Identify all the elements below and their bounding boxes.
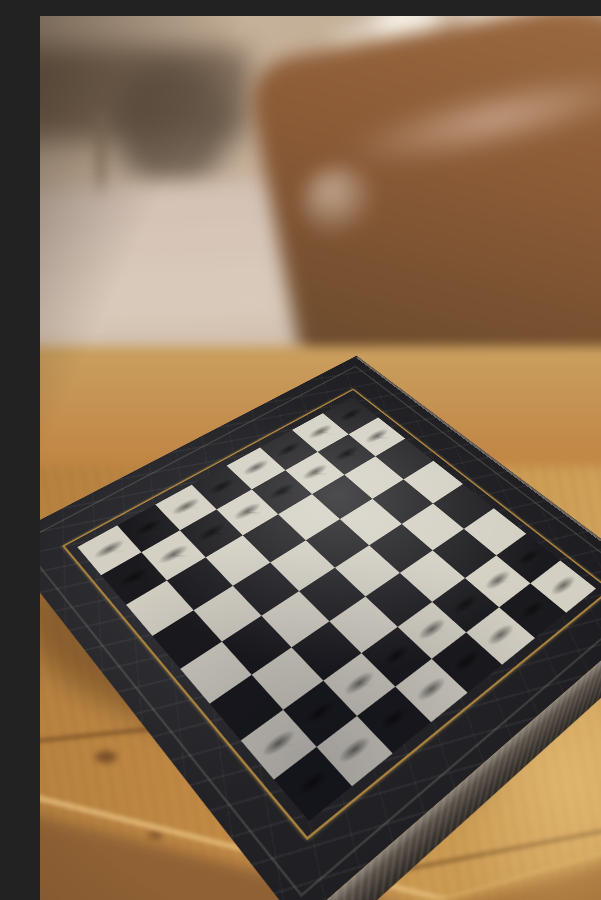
background-lamp [96, 111, 106, 241]
white-rook-glyph: ♜ [259, 727, 370, 788]
window-light [455, 16, 595, 72]
board-scene: ♜♞♝♛♚♝♞♜♟♟♟♟♟♟♟♟♟♟♟♟♟♟♟♟♜♞♝♛♚♝♞♜ [40, 281, 601, 852]
window-light [585, 16, 601, 61]
armchair-highlight [337, 54, 601, 184]
chess-photo: Black and white marble chess set in the … [40, 16, 601, 900]
background-object [120, 66, 225, 186]
window-light [332, 26, 384, 84]
wood-knot [148, 831, 162, 840]
shelf-shadow [40, 46, 250, 141]
chessboard: ♜♞♝♛♚♝♞♜♟♟♟♟♟♟♟♟♟♟♟♟♟♟♟♟♜♞♝♛♚♝♞♜ [40, 356, 601, 900]
armchair-knob [302, 166, 376, 240]
black-pawn-glyph: ♟ [88, 541, 182, 582]
window-light [370, 16, 448, 68]
pieces-layer: ♜♞♝♛♚♝♞♜♟♟♟♟♟♟♟♟♟♟♟♟♟♟♟♟♜♞♝♛♚♝♞♜ [40, 356, 601, 900]
